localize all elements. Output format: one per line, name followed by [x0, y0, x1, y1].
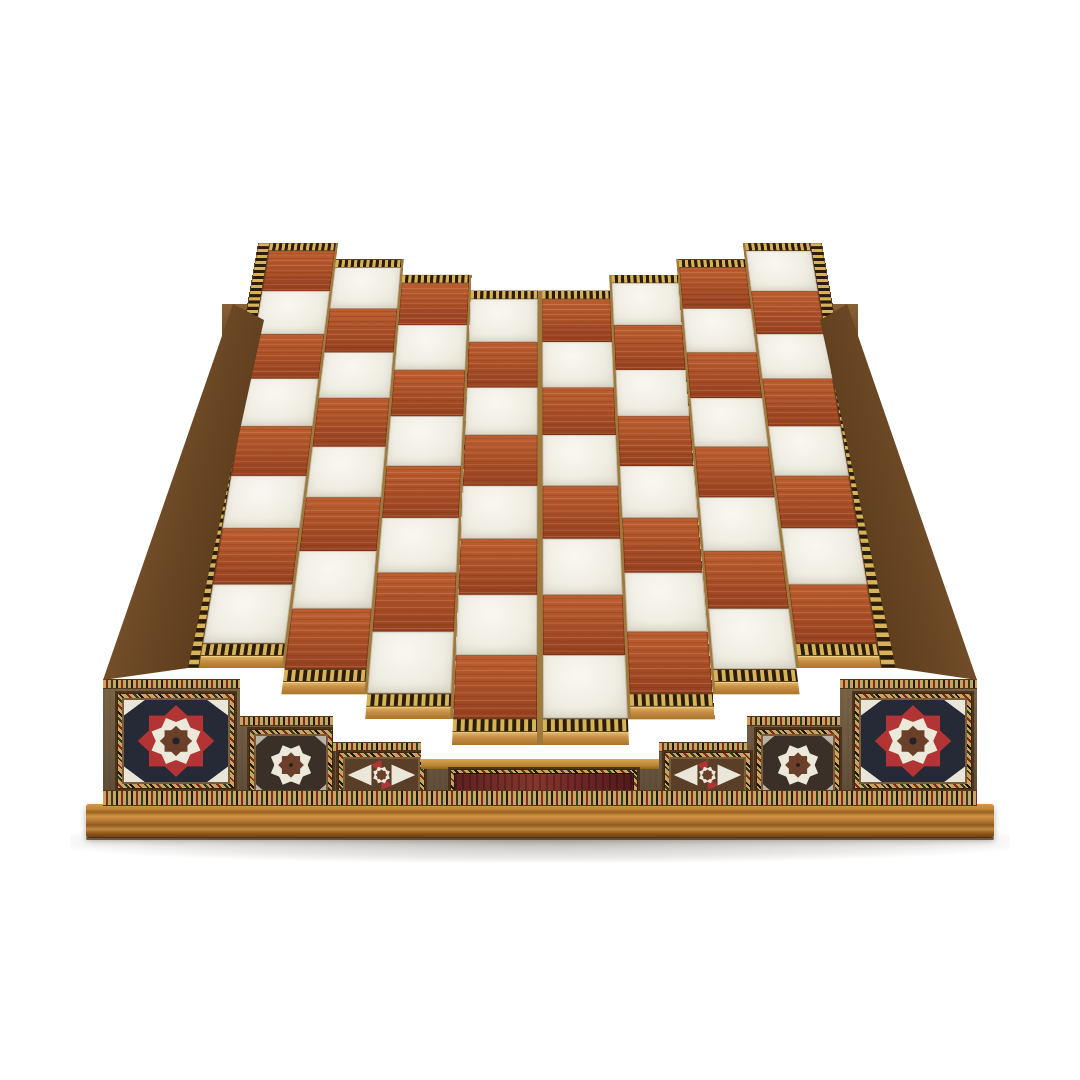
front-step-edge [543, 732, 629, 745]
square-h5[interactable] [762, 379, 841, 426]
front-block-diamond-right [659, 742, 747, 792]
square-b6[interactable] [318, 352, 393, 398]
checker-trim [282, 669, 366, 682]
square-d7[interactable] [467, 342, 538, 387]
checker-trim [745, 243, 812, 251]
front-step-edge [797, 656, 881, 668]
square-e6[interactable] [542, 387, 615, 435]
square-c3[interactable] [377, 518, 458, 573]
square-a4[interactable] [231, 426, 312, 476]
square-a3[interactable] [222, 476, 305, 529]
square-g4[interactable] [695, 446, 775, 497]
checker-trim [366, 693, 451, 706]
square-e1[interactable] [543, 655, 628, 719]
square-a2[interactable] [213, 528, 299, 584]
square-f2[interactable] [624, 573, 707, 631]
square-c7[interactable] [395, 325, 467, 369]
square-d3[interactable] [458, 539, 537, 595]
checker-trim [611, 275, 678, 283]
square-c2[interactable] [373, 573, 456, 631]
square-d4[interactable] [460, 485, 537, 538]
square-g1[interactable] [708, 608, 796, 669]
chessboard-surface[interactable] [170, 291, 910, 745]
square-h6[interactable] [756, 334, 832, 379]
square-b2[interactable] [292, 551, 377, 608]
front-step-edge [452, 732, 538, 745]
square-h3[interactable] [774, 476, 857, 529]
mosaic-band-bottom [103, 790, 977, 806]
square-b4[interactable] [306, 446, 386, 497]
square-g8[interactable] [679, 268, 750, 309]
square-b7[interactable] [324, 309, 397, 352]
product-photo-scene [0, 0, 1080, 1080]
square-d2[interactable] [455, 595, 537, 655]
square-f8[interactable] [611, 283, 681, 325]
square-b3[interactable] [299, 497, 381, 551]
diamond-star-icon [669, 757, 746, 793]
square-f7[interactable] [613, 325, 685, 369]
square-c8[interactable] [398, 283, 468, 325]
square-c1[interactable] [367, 631, 453, 693]
front-block-center [421, 759, 659, 792]
square-c4[interactable] [382, 466, 461, 518]
square-f6[interactable] [615, 370, 689, 417]
square-c6[interactable] [391, 370, 465, 417]
square-a7[interactable] [255, 291, 329, 334]
checker-trim [470, 291, 537, 300]
diamond-star-icon [343, 757, 420, 793]
square-e3[interactable] [543, 539, 622, 595]
square-e5[interactable] [543, 435, 618, 485]
square-d8[interactable] [468, 299, 537, 342]
square-a5[interactable] [240, 379, 319, 426]
checker-trim [452, 718, 537, 732]
checker-trim [201, 643, 285, 656]
checker-trim [402, 275, 469, 283]
checker-trim [269, 243, 336, 251]
square-c5[interactable] [386, 416, 462, 465]
checker-trim [543, 718, 628, 732]
square-f4[interactable] [619, 466, 698, 518]
square-a1[interactable] [203, 584, 292, 643]
square-a8[interactable] [262, 251, 334, 291]
checker-trim [679, 259, 746, 267]
front-step-edge [365, 707, 450, 720]
square-g5[interactable] [690, 398, 768, 446]
checker-trim [796, 643, 880, 656]
square-b8[interactable] [329, 268, 400, 309]
square-e8[interactable] [542, 299, 611, 342]
square-h4[interactable] [768, 426, 849, 476]
square-f3[interactable] [622, 518, 703, 573]
front-step-edge [715, 682, 799, 694]
square-h7[interactable] [751, 291, 825, 334]
checker-trim [714, 669, 798, 682]
square-d1[interactable] [453, 655, 538, 719]
square-b5[interactable] [312, 398, 390, 446]
front-step-edge [199, 656, 283, 668]
square-f1[interactable] [627, 631, 713, 693]
square-g3[interactable] [699, 497, 781, 551]
square-g7[interactable] [683, 309, 756, 352]
square-b1[interactable] [284, 608, 372, 669]
square-e2[interactable] [543, 595, 625, 655]
square-h2[interactable] [781, 528, 867, 584]
square-e7[interactable] [542, 342, 613, 387]
square-f5[interactable] [617, 416, 693, 465]
checker-trim [542, 291, 609, 300]
front-step-edge [630, 707, 715, 720]
square-h1[interactable] [788, 584, 877, 643]
square-d5[interactable] [462, 435, 537, 485]
checker-trim [629, 693, 714, 706]
square-h8[interactable] [746, 251, 818, 291]
square-g6[interactable] [686, 352, 761, 398]
front-block-diamond-left [333, 742, 421, 792]
front-step-edge [281, 682, 365, 694]
plinth-base [86, 804, 994, 838]
square-d6[interactable] [465, 387, 538, 435]
square-e4[interactable] [543, 485, 620, 538]
center-step-shelf [421, 759, 659, 769]
checker-trim [335, 259, 402, 267]
square-g2[interactable] [703, 551, 788, 608]
